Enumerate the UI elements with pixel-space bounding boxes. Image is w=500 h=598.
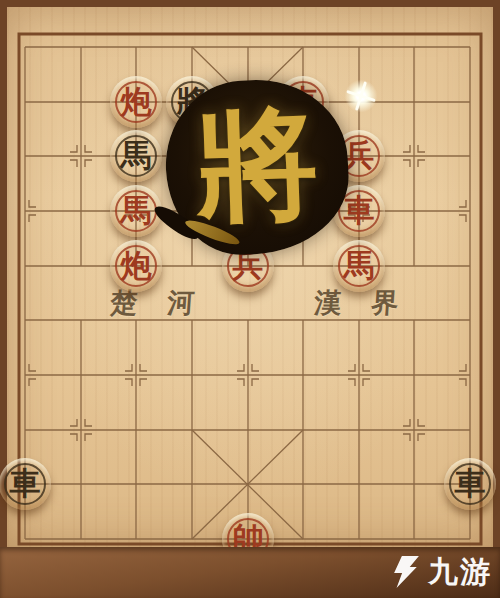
xiangqi-board[interactable]: 楚河 漢界 炮將車馬士士兵馬車炮兵馬車車帥 將 <box>7 7 493 547</box>
piece-red-cannon-2[interactable]: 炮 <box>110 240 162 292</box>
piece-red-cannon-1[interactable]: 炮 <box>110 76 162 128</box>
river-label-hanjie: 漢界 <box>298 287 430 319</box>
piece-character: 炮 <box>110 75 162 127</box>
piece-black-chariot-2[interactable]: 車 <box>444 458 496 510</box>
piece-black-chariot-1[interactable]: 車 <box>0 458 51 510</box>
piece-character: 車 <box>0 457 51 509</box>
piece-character: 馬 <box>333 239 385 291</box>
piece-character: 馬 <box>110 129 162 181</box>
piece-character: 炮 <box>110 239 162 291</box>
piece-red-horse-2[interactable]: 馬 <box>333 240 385 292</box>
game-screen: 楚河 漢界 炮將車馬士士兵馬車炮兵馬車車帥 將 九游 <box>0 0 500 598</box>
watermark-brand-text: 九游 <box>428 552 492 593</box>
piece-black-horse-1[interactable]: 馬 <box>110 130 162 182</box>
bottom-frame: 九游 <box>0 547 500 598</box>
piece-character: 車 <box>444 457 496 509</box>
watermark: 九游 <box>388 552 492 592</box>
river-label-chuhe: 楚河 <box>94 287 226 319</box>
jiuyou-logo-icon <box>388 555 422 589</box>
check-stamp-text: 將 <box>193 83 321 251</box>
